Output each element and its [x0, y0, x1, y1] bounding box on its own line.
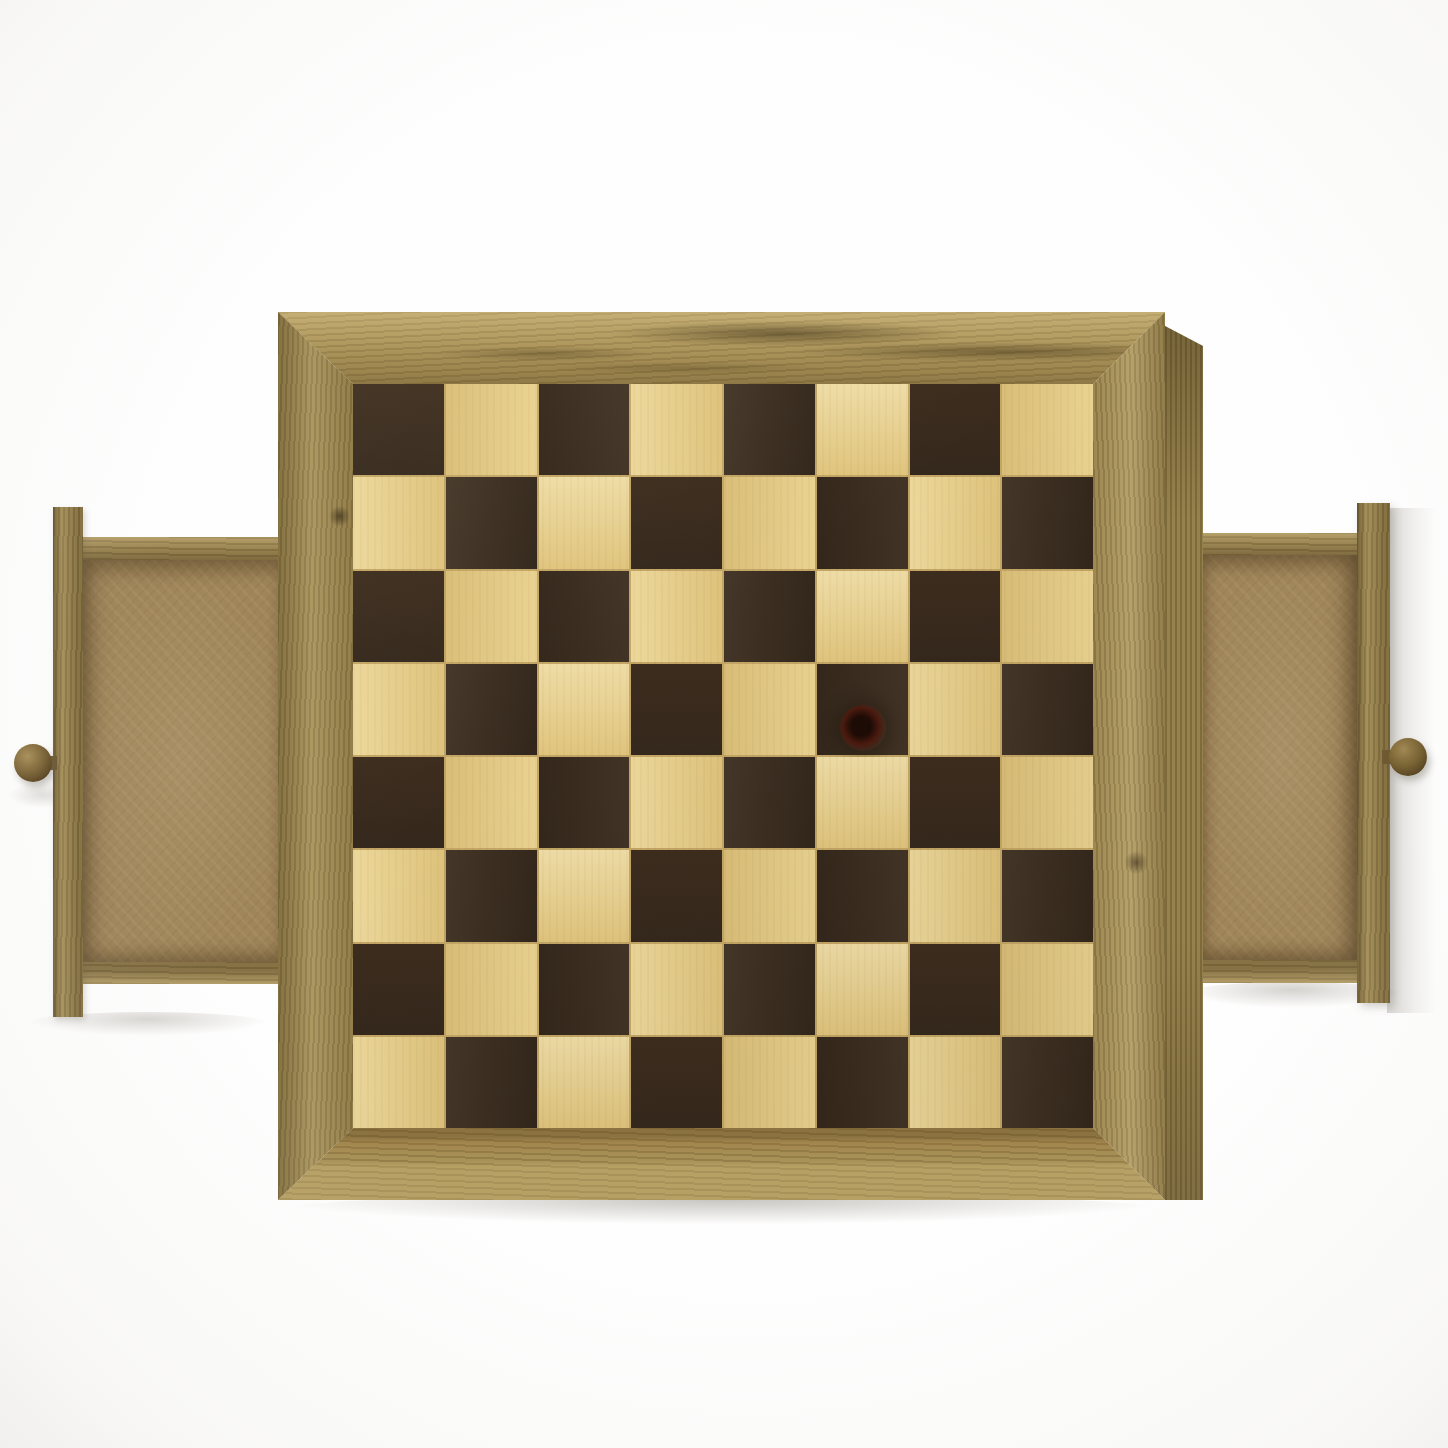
square-f7[interactable]: [817, 477, 908, 568]
square-b5[interactable]: [446, 664, 537, 755]
square-h2[interactable]: [1002, 944, 1093, 1035]
square-f2[interactable]: [817, 944, 908, 1035]
square-c5[interactable]: [539, 664, 630, 755]
right-drawer-interior: [1203, 555, 1357, 960]
square-h7[interactable]: [1002, 477, 1093, 568]
square-e2[interactable]: [724, 944, 815, 1035]
chess-board-product-photo: [0, 0, 1448, 1448]
square-c7[interactable]: [539, 477, 630, 568]
playing-area: [353, 384, 1093, 1128]
left-drawer-knob[interactable]: [14, 744, 52, 782]
square-g5[interactable]: [910, 664, 1001, 755]
square-c8[interactable]: [539, 384, 630, 475]
square-f1[interactable]: [817, 1037, 908, 1128]
square-f8[interactable]: [817, 384, 908, 475]
square-a5[interactable]: [353, 664, 444, 755]
right-drawer-knob[interactable]: [1389, 738, 1427, 776]
square-e3[interactable]: [724, 850, 815, 941]
left-drawer-front-panel: [53, 507, 83, 1017]
square-h6[interactable]: [1002, 571, 1093, 662]
square-a3[interactable]: [353, 850, 444, 941]
square-a8[interactable]: [353, 384, 444, 475]
square-b2[interactable]: [446, 944, 537, 1035]
square-a1[interactable]: [353, 1037, 444, 1128]
board-frame-right-face: [1165, 326, 1203, 1200]
square-d4[interactable]: [631, 757, 722, 848]
square-d8[interactable]: [631, 384, 722, 475]
square-d7[interactable]: [631, 477, 722, 568]
square-a7[interactable]: [353, 477, 444, 568]
wood-knot: [840, 705, 886, 751]
square-g6[interactable]: [910, 571, 1001, 662]
square-g2[interactable]: [910, 944, 1001, 1035]
square-d3[interactable]: [631, 850, 722, 941]
left-storage-drawer[interactable]: [15, 503, 283, 1017]
square-f3[interactable]: [817, 850, 908, 941]
square-e1[interactable]: [724, 1037, 815, 1128]
left-drawer-interior: [83, 560, 283, 962]
left-drawer-top-wall: [83, 537, 283, 560]
square-c4[interactable]: [539, 757, 630, 848]
board-frame-top: [278, 312, 1165, 384]
square-e4[interactable]: [724, 757, 815, 848]
square-c3[interactable]: [539, 850, 630, 941]
square-b6[interactable]: [446, 571, 537, 662]
square-d5[interactable]: [631, 664, 722, 755]
square-d1[interactable]: [631, 1037, 722, 1128]
square-c1[interactable]: [539, 1037, 630, 1128]
square-h5[interactable]: [1002, 664, 1093, 755]
square-b8[interactable]: [446, 384, 537, 475]
square-g4[interactable]: [910, 757, 1001, 848]
square-f5[interactable]: [817, 664, 908, 755]
board-frame-right: [1093, 312, 1165, 1200]
square-g3[interactable]: [910, 850, 1001, 941]
square-c2[interactable]: [539, 944, 630, 1035]
square-a4[interactable]: [353, 757, 444, 848]
board-frame-bottom: [278, 1128, 1165, 1200]
square-b7[interactable]: [446, 477, 537, 568]
square-g8[interactable]: [910, 384, 1001, 475]
square-e7[interactable]: [724, 477, 815, 568]
square-g7[interactable]: [910, 477, 1001, 568]
square-e5[interactable]: [724, 664, 815, 755]
square-b1[interactable]: [446, 1037, 537, 1128]
square-e6[interactable]: [724, 571, 815, 662]
board-frame-left: [278, 312, 353, 1200]
square-h4[interactable]: [1002, 757, 1093, 848]
square-c6[interactable]: [539, 571, 630, 662]
square-d6[interactable]: [631, 571, 722, 662]
square-b4[interactable]: [446, 757, 537, 848]
right-storage-drawer[interactable]: [1166, 503, 1430, 1003]
square-g1[interactable]: [910, 1037, 1001, 1128]
square-e8[interactable]: [724, 384, 815, 475]
square-h8[interactable]: [1002, 384, 1093, 475]
square-a2[interactable]: [353, 944, 444, 1035]
square-f4[interactable]: [817, 757, 908, 848]
square-b3[interactable]: [446, 850, 537, 941]
chess-board: [278, 312, 1203, 1200]
square-h1[interactable]: [1002, 1037, 1093, 1128]
square-f6[interactable]: [817, 571, 908, 662]
square-d2[interactable]: [631, 944, 722, 1035]
square-h3[interactable]: [1002, 850, 1093, 941]
left-drawer-bottom-wall: [83, 962, 283, 984]
square-a6[interactable]: [353, 571, 444, 662]
